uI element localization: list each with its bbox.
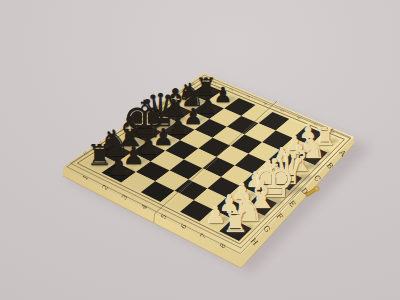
scene-background: 12345678ABCDEFGH12345678ABCDEFGH ♜♟♞♟♝♟♛… — [0, 0, 400, 300]
chessboard-3d-render: 12345678ABCDEFGH12345678ABCDEFGH — [0, 0, 400, 300]
